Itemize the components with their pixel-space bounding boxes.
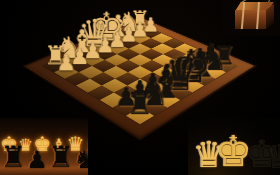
closeup-piece-black-n: ♞ <box>74 148 88 172</box>
square-a2: ♟ <box>54 66 79 79</box>
inset-king-queen-photo: ♛♚♚♛ <box>188 118 280 175</box>
box-front <box>235 10 266 29</box>
closeup-piece-black-r: ♜ <box>48 143 74 172</box>
box-side <box>266 4 274 29</box>
closeup-black-pieces-row: ♜♟♜♞♟ <box>0 130 88 172</box>
piece-white-p-a2: ♟ <box>56 52 76 74</box>
chess-board-grid: ♜♟♟♜♞♟♟♞♝♟♟♝♚♟♟♚♛♟♟♛♝♟♟♝♞♟♟♞♜♟♟♜ <box>44 24 236 124</box>
duo-black-q: ♛ <box>264 140 280 173</box>
inset-pieces-closeup-photo: ♚♛♚♝♛♝ ♜♟♜♞♟ <box>0 118 88 175</box>
square-a3 <box>65 72 90 85</box>
inset-storage-box-photo <box>222 0 280 36</box>
square-a8: ♜ <box>126 108 154 125</box>
chess-set-photo: ♜♟♟♜♞♟♟♞♝♟♟♝♚♟♟♚♛♟♟♛♝♟♟♝♞♟♟♞♜♟♟♜ ♚♛♚♝♛♝ … <box>0 0 280 175</box>
piece-black-r-a8: ♜ <box>126 88 153 118</box>
closeup-piece-black-r: ♜ <box>0 143 26 172</box>
closeup-piece-black-p: ♟ <box>26 148 48 172</box>
